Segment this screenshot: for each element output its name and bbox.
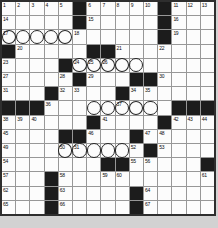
cell-r8-c11[interactable] [144, 101, 157, 114]
clue-number-5: 5 [60, 2, 62, 8]
circle-mark [87, 101, 101, 115]
crossword-board: 1234567891011121314151617181920212223242… [0, 0, 216, 216]
cell-r6-c1[interactable]: 27 [2, 73, 15, 86]
cell-r3-c11[interactable] [144, 30, 157, 43]
clue-number-20: 20 [17, 45, 22, 51]
black-cell-r7-c9 [116, 87, 129, 100]
black-cell-r6-c10 [130, 73, 143, 86]
black-cell-r4-c8 [101, 45, 114, 58]
cell-r12-c10[interactable]: 55 [130, 158, 143, 171]
clue-number-19: 19 [173, 30, 178, 36]
cell-r3-c10[interactable] [130, 30, 143, 43]
cell-r4-c10[interactable] [130, 45, 143, 58]
cell-r12-c2[interactable] [16, 158, 29, 171]
circle-mark [129, 101, 143, 115]
cell-r15-c5[interactable]: 66 [59, 201, 72, 214]
cell-r11-c3[interactable] [30, 144, 43, 157]
cell-r3-c9[interactable] [116, 30, 129, 43]
cell-r5-c6[interactable]: 24 [73, 59, 86, 72]
cell-r7-c11[interactable]: 35 [144, 87, 157, 100]
cell-r9-c8[interactable]: 41 [101, 116, 114, 129]
circle-mark [101, 101, 115, 115]
cell-r13-c5[interactable]: 58 [59, 172, 72, 185]
cell-r15-c9[interactable] [116, 201, 129, 214]
clue-number-46: 46 [88, 130, 93, 136]
clue-number-57: 57 [3, 172, 8, 178]
circle-mark [87, 58, 101, 72]
cell-r11-c1[interactable]: 49 [2, 144, 15, 157]
cell-r14-c14[interactable] [187, 187, 200, 200]
cell-r1-c7[interactable]: 6 [87, 2, 100, 15]
cell-r4-c4[interactable] [45, 45, 58, 58]
cell-r2-c1[interactable]: 14 [2, 16, 15, 29]
cell-r9-c2[interactable]: 39 [16, 116, 29, 129]
cell-r1-c2[interactable]: 2 [16, 2, 29, 15]
clue-number-12: 12 [188, 2, 193, 8]
cell-r9-c11[interactable] [144, 116, 157, 129]
black-cell-r6-c11 [144, 73, 157, 86]
cell-r10-c3[interactable] [30, 130, 43, 143]
cell-r2-c2[interactable] [16, 16, 29, 29]
black-cell-r15-c10 [130, 201, 143, 214]
cell-r7-c12[interactable] [158, 87, 171, 100]
black-cell-r8-c14 [187, 101, 200, 114]
circle-mark [101, 58, 115, 72]
black-cell-r8-c3 [30, 101, 43, 114]
clue-number-7: 7 [102, 2, 104, 8]
circle-mark [58, 143, 72, 157]
circle-mark [58, 30, 72, 44]
cell-r7-c7[interactable] [87, 87, 100, 100]
cell-r11-c2[interactable] [16, 144, 29, 157]
cell-r9-c9[interactable] [116, 116, 129, 129]
cell-r1-c8[interactable]: 7 [101, 2, 114, 15]
cell-r1-c13[interactable]: 11 [172, 2, 185, 15]
clue-number-27: 27 [3, 73, 8, 79]
clue-number-6: 6 [88, 2, 90, 8]
cell-r15-c2[interactable] [16, 201, 29, 214]
cell-r3-c7[interactable] [87, 30, 100, 43]
cell-r4-c15[interactable] [201, 45, 214, 58]
cell-r12-c5[interactable] [59, 158, 72, 171]
cell-r2-c14[interactable] [187, 16, 200, 29]
cell-r15-c8[interactable] [101, 201, 114, 214]
circle-mark [115, 101, 129, 115]
cell-r11-c5[interactable]: 50 [59, 144, 72, 157]
clue-number-53: 53 [159, 144, 164, 150]
circle-mark [129, 58, 143, 72]
cell-r5-c7[interactable]: 25 [87, 59, 100, 72]
black-cell-r9-c12 [158, 116, 171, 129]
clue-number-8: 8 [117, 2, 119, 8]
cell-r4-c12[interactable]: 22 [158, 45, 171, 58]
clue-number-41: 41 [102, 116, 107, 122]
black-cell-r12-c15 [201, 158, 214, 171]
circle-mark [16, 30, 30, 44]
black-cell-r10-c6 [73, 130, 86, 143]
clue-number-9: 9 [131, 2, 133, 8]
cell-r6-c3[interactable] [30, 73, 43, 86]
cell-r11-c10[interactable]: 52 [130, 144, 143, 157]
cell-r14-c3[interactable] [30, 187, 43, 200]
cell-r13-c3[interactable] [30, 172, 43, 185]
cell-r15-c11[interactable]: 67 [144, 201, 157, 214]
cell-r9-c6[interactable] [73, 116, 86, 129]
cell-r15-c15[interactable] [201, 201, 214, 214]
cell-r2-c11[interactable] [144, 16, 157, 29]
clue-number-67: 67 [145, 201, 150, 207]
cell-r1-c11[interactable]: 10 [144, 2, 157, 15]
cell-r12-c4[interactable] [45, 158, 58, 171]
cell-r2-c9[interactable] [116, 16, 129, 29]
cell-r3-c2[interactable] [16, 30, 29, 43]
black-cell-r12-c9 [116, 158, 129, 171]
cell-r6-c5[interactable]: 28 [59, 73, 72, 86]
black-cell-r10-c5 [59, 130, 72, 143]
cell-r12-c14[interactable] [187, 158, 200, 171]
cell-r13-c6[interactable] [73, 172, 86, 185]
cell-r9-c1[interactable]: 38 [2, 116, 15, 129]
cell-r13-c13[interactable] [172, 172, 185, 185]
clue-number-39: 39 [17, 116, 22, 122]
black-cell-r1-c12 [158, 2, 171, 15]
cell-r12-c11[interactable]: 56 [144, 158, 157, 171]
cell-r10-c1[interactable]: 45 [2, 130, 15, 143]
clue-number-33: 33 [74, 87, 79, 93]
cell-r3-c14[interactable] [187, 30, 200, 43]
cell-r3-c3[interactable] [30, 30, 43, 43]
cell-r12-c6[interactable] [73, 158, 86, 171]
cell-r6-c13[interactable] [172, 73, 185, 86]
black-cell-r9-c7 [87, 116, 100, 129]
cell-r5-c11[interactable] [144, 59, 157, 72]
cell-r13-c8[interactable]: 59 [101, 172, 114, 185]
cell-r9-c15[interactable]: 44 [201, 116, 214, 129]
cell-r4-c5[interactable] [59, 45, 72, 58]
black-cell-r11-c11 [144, 144, 157, 157]
cell-r6-c8[interactable] [101, 73, 114, 86]
black-cell-r1-c6 [73, 2, 86, 15]
clue-number-13: 13 [202, 2, 207, 8]
cell-r9-c4[interactable] [45, 116, 58, 129]
cell-r5-c3[interactable] [30, 59, 43, 72]
clue-number-58: 58 [60, 172, 65, 178]
black-cell-r7-c4 [45, 87, 58, 100]
cell-r2-c4[interactable] [45, 16, 58, 29]
black-cell-r2-c6 [73, 16, 86, 29]
cell-r14-c13[interactable] [172, 187, 185, 200]
clue-number-49: 49 [3, 144, 8, 150]
clue-number-1: 1 [3, 2, 5, 8]
clue-number-2: 2 [17, 2, 19, 8]
cell-r14-c1[interactable]: 62 [2, 187, 15, 200]
cell-r14-c15[interactable] [201, 187, 214, 200]
circle-mark [30, 30, 44, 44]
black-cell-r12-c8 [101, 158, 114, 171]
cell-r11-c8[interactable] [101, 144, 114, 157]
black-cell-r8-c13 [172, 101, 185, 114]
cell-r7-c3[interactable] [30, 87, 43, 100]
cell-r12-c1[interactable]: 54 [2, 158, 15, 171]
cell-r4-c3[interactable] [30, 45, 43, 58]
cell-r10-c14[interactable] [187, 130, 200, 143]
cell-r4-c9[interactable]: 21 [116, 45, 129, 58]
cell-r15-c13[interactable] [172, 201, 185, 214]
black-cell-r10-c10 [130, 130, 143, 143]
cell-r3-c13[interactable]: 19 [172, 30, 185, 43]
cell-r5-c10[interactable] [130, 59, 143, 72]
cell-r3-c1[interactable]: 17 [2, 30, 15, 43]
clue-number-10: 10 [145, 2, 150, 8]
cell-r7-c14[interactable] [187, 87, 200, 100]
cell-r3-c8[interactable] [101, 30, 114, 43]
black-cell-r8-c1 [2, 101, 15, 114]
cell-r12-c13[interactable] [172, 158, 185, 171]
cell-r10-c11[interactable]: 47 [144, 130, 157, 143]
clue-number-31: 31 [3, 87, 8, 93]
black-cell-r2-c12 [158, 16, 171, 29]
cell-r5-c9[interactable] [116, 59, 129, 72]
clue-number-43: 43 [188, 116, 193, 122]
black-cell-r3-c12 [158, 30, 171, 43]
cell-r6-c7[interactable]: 29 [87, 73, 100, 86]
cell-r7-c5[interactable]: 32 [59, 87, 72, 100]
cell-r15-c3[interactable] [30, 201, 43, 214]
cell-r12-c7[interactable] [87, 158, 100, 171]
circle-mark [87, 143, 101, 157]
clue-number-23: 23 [3, 59, 8, 65]
cell-r15-c6[interactable] [73, 201, 86, 214]
cell-r6-c14[interactable] [187, 73, 200, 86]
black-cell-r14-c4 [45, 187, 58, 200]
cell-r6-c2[interactable] [16, 73, 29, 86]
cell-r5-c1[interactable]: 23 [2, 59, 15, 72]
cell-r9-c5[interactable] [59, 116, 72, 129]
cell-r13-c7[interactable] [87, 172, 100, 185]
cell-r8-c9[interactable]: 37 [116, 101, 129, 114]
cell-r10-c9[interactable] [116, 130, 129, 143]
clue-number-16: 16 [173, 16, 178, 22]
clue-number-48: 48 [159, 130, 164, 136]
cell-r5-c8[interactable]: 26 [101, 59, 114, 72]
cell-r10-c15[interactable] [201, 130, 214, 143]
cell-r2-c5[interactable] [59, 16, 72, 29]
cell-r8-c12[interactable] [158, 101, 171, 114]
cell-r9-c14[interactable]: 43 [187, 116, 200, 129]
cell-r1-c3[interactable]: 3 [30, 2, 43, 15]
cell-r7-c2[interactable] [16, 87, 29, 100]
black-cell-r13-c4 [45, 172, 58, 185]
cell-r10-c7[interactable]: 46 [87, 130, 100, 143]
clue-number-35: 35 [145, 87, 150, 93]
black-cell-r4-c1 [2, 45, 15, 58]
clue-number-4: 4 [46, 2, 48, 8]
cell-r13-c15[interactable]: 61 [201, 172, 214, 185]
cell-r13-c2[interactable] [16, 172, 29, 185]
clue-number-55: 55 [131, 158, 136, 164]
cell-r4-c11[interactable] [144, 45, 157, 58]
cell-r15-c7[interactable] [87, 201, 100, 214]
clue-number-66: 66 [60, 201, 65, 207]
cell-r5-c13[interactable] [172, 59, 185, 72]
cell-r12-c12[interactable] [158, 158, 171, 171]
cell-r7-c15[interactable] [201, 87, 214, 100]
cell-r1-c14[interactable]: 12 [187, 2, 200, 15]
cell-r5-c12[interactable] [158, 59, 171, 72]
clue-number-45: 45 [3, 130, 8, 136]
cell-r2-c3[interactable] [30, 16, 43, 29]
clue-number-40: 40 [31, 116, 36, 122]
cell-r15-c1[interactable]: 65 [2, 201, 15, 214]
clue-number-60: 60 [117, 172, 122, 178]
clue-number-44: 44 [202, 116, 207, 122]
cell-r6-c9[interactable] [116, 73, 129, 86]
cell-r2-c8[interactable] [101, 16, 114, 29]
black-cell-r8-c15 [201, 101, 214, 114]
clue-number-29: 29 [88, 73, 93, 79]
cell-r11-c15[interactable] [201, 144, 214, 157]
cell-r6-c4[interactable] [45, 73, 58, 86]
cell-r10-c12[interactable]: 48 [158, 130, 171, 143]
cell-r4-c2[interactable]: 20 [16, 45, 29, 58]
cell-r8-c6[interactable] [73, 101, 86, 114]
cell-r14-c8[interactable] [101, 187, 114, 200]
circle-mark [115, 58, 129, 72]
cell-r11-c13[interactable] [172, 144, 185, 157]
clue-number-47: 47 [145, 130, 150, 136]
cell-r1-c5[interactable]: 5 [59, 2, 72, 15]
cell-r8-c10[interactable] [130, 101, 143, 114]
cell-r5-c14[interactable] [187, 59, 200, 72]
cell-r2-c7[interactable]: 15 [87, 16, 100, 29]
clue-number-11: 11 [173, 2, 178, 8]
clue-number-38: 38 [3, 116, 8, 122]
circle-mark [143, 101, 157, 115]
cell-r11-c6[interactable]: 51 [73, 144, 86, 157]
cell-r8-c7[interactable] [87, 101, 100, 114]
clue-number-56: 56 [145, 158, 150, 164]
cell-r14-c2[interactable] [16, 187, 29, 200]
clue-number-21: 21 [117, 45, 122, 51]
cell-r5-c4[interactable] [45, 59, 58, 72]
cell-r7-c6[interactable]: 33 [73, 87, 86, 100]
cell-r1-c10[interactable]: 9 [130, 2, 143, 15]
cell-r8-c4[interactable]: 36 [45, 101, 58, 114]
cell-r2-c15[interactable] [201, 16, 214, 29]
clue-number-34: 34 [131, 87, 136, 93]
cell-r7-c1[interactable]: 31 [2, 87, 15, 100]
clue-number-28: 28 [60, 73, 65, 79]
cell-r13-c12[interactable] [158, 172, 171, 185]
cell-r7-c13[interactable] [172, 87, 185, 100]
cell-r11-c14[interactable] [187, 144, 200, 157]
cell-r13-c11[interactable] [144, 172, 157, 185]
cell-r14-c5[interactable]: 63 [59, 187, 72, 200]
cell-r9-c10[interactable] [130, 116, 143, 129]
cell-r4-c13[interactable] [172, 45, 185, 58]
cell-r1-c4[interactable]: 4 [45, 2, 58, 15]
cell-r11-c12[interactable]: 53 [158, 144, 171, 157]
cell-r11-c4[interactable] [45, 144, 58, 157]
cell-r13-c14[interactable] [187, 172, 200, 185]
cell-r8-c5[interactable] [59, 101, 72, 114]
cell-r2-c10[interactable] [130, 16, 143, 29]
cell-r13-c1[interactable]: 57 [2, 172, 15, 185]
cell-r3-c15[interactable] [201, 30, 214, 43]
clue-number-18: 18 [74, 30, 79, 36]
cell-r11-c9[interactable] [116, 144, 129, 157]
cell-r5-c15[interactable] [201, 59, 214, 72]
cell-r1-c9[interactable]: 8 [116, 2, 129, 15]
black-cell-r15-c4 [45, 201, 58, 214]
clue-number-15: 15 [88, 16, 93, 22]
cell-r14-c9[interactable] [116, 187, 129, 200]
circle-mark [101, 143, 115, 157]
cell-r5-c2[interactable] [16, 59, 29, 72]
cell-r10-c4[interactable] [45, 130, 58, 143]
black-cell-r8-c2 [16, 101, 29, 114]
circle-mark [72, 143, 86, 157]
black-cell-r14-c10 [130, 187, 143, 200]
cell-r4-c14[interactable] [187, 45, 200, 58]
cell-r3-c4[interactable] [45, 30, 58, 43]
cell-r14-c11[interactable]: 64 [144, 187, 157, 200]
cell-r14-c7[interactable] [87, 187, 100, 200]
cell-r3-c6[interactable]: 18 [73, 30, 86, 43]
clue-number-62: 62 [3, 187, 8, 193]
cell-r1-c1[interactable]: 1 [2, 2, 15, 15]
circle-mark [72, 58, 86, 72]
cell-r7-c8[interactable] [101, 87, 114, 100]
cell-r13-c9[interactable]: 60 [116, 172, 129, 185]
clue-number-54: 54 [3, 158, 8, 164]
cell-r4-c6[interactable] [73, 45, 86, 58]
clue-number-42: 42 [173, 116, 178, 122]
cell-r14-c12[interactable] [158, 187, 171, 200]
cell-r6-c12[interactable]: 30 [158, 73, 171, 86]
cell-r2-c13[interactable]: 16 [172, 16, 185, 29]
cell-r10-c2[interactable] [16, 130, 29, 143]
clue-number-59: 59 [102, 172, 107, 178]
circle-mark [115, 143, 129, 157]
cell-r8-c8[interactable] [101, 101, 114, 114]
black-cell-r6-c6 [73, 73, 86, 86]
cell-r9-c3[interactable]: 40 [30, 116, 43, 129]
circle-mark [2, 30, 16, 44]
cell-r10-c13[interactable] [172, 130, 185, 143]
clue-number-64: 64 [145, 187, 150, 193]
cell-r10-c8[interactable] [101, 130, 114, 143]
cell-r11-c7[interactable] [87, 144, 100, 157]
black-cell-r5-c5 [59, 59, 72, 72]
clue-number-3: 3 [31, 2, 33, 8]
cell-r12-c3[interactable] [30, 158, 43, 171]
cell-r15-c14[interactable] [187, 201, 200, 214]
cell-r14-c6[interactable] [73, 187, 86, 200]
cell-r7-c10[interactable]: 34 [130, 87, 143, 100]
clue-number-61: 61 [202, 172, 207, 178]
cell-r15-c12[interactable] [158, 201, 171, 214]
circle-mark [44, 30, 58, 44]
clue-number-36: 36 [46, 101, 51, 107]
cell-r13-c10[interactable] [130, 172, 143, 185]
cell-r1-c15[interactable]: 13 [201, 2, 214, 15]
clue-number-30: 30 [159, 73, 164, 79]
cell-r9-c13[interactable]: 42 [172, 116, 185, 129]
cell-r6-c15[interactable] [201, 73, 214, 86]
cell-r3-c5[interactable] [59, 30, 72, 43]
clue-number-22: 22 [159, 45, 164, 51]
